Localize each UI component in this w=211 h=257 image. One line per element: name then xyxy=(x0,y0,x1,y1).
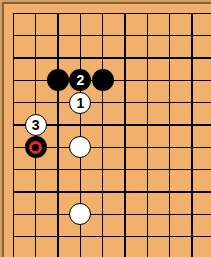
stone-white-d15: 1 xyxy=(69,92,91,114)
grid-line-horizontal xyxy=(13,169,211,171)
board-frame-top-dark xyxy=(0,2,211,4)
grid-line-vertical xyxy=(191,13,193,257)
grid-line-vertical xyxy=(124,13,126,257)
stone-white-d13 xyxy=(69,136,91,158)
grid-line-horizontal xyxy=(13,236,211,238)
grid-line-horizontal xyxy=(13,191,211,193)
circle-marker-icon xyxy=(29,141,42,154)
move-number-label: 2 xyxy=(76,73,84,87)
grid-line-horizontal xyxy=(13,35,211,37)
board-frame-left-light xyxy=(0,0,2,257)
stone-white-d10 xyxy=(69,203,91,225)
grid-line-vertical xyxy=(13,13,15,257)
grid-line-horizontal xyxy=(13,102,211,104)
grid-line-horizontal xyxy=(13,57,211,59)
stone-white-b14: 3 xyxy=(25,114,47,136)
stone-black-d16: 2 xyxy=(69,69,91,91)
grid-line-vertical xyxy=(169,13,171,257)
grid-line-vertical xyxy=(57,13,59,257)
grid-line-vertical xyxy=(147,13,149,257)
grid-line-horizontal xyxy=(13,214,211,216)
grid-line-horizontal xyxy=(13,13,211,15)
grid-line-vertical xyxy=(102,13,104,257)
go-board-diagram: 213 xyxy=(0,0,211,257)
move-number-label: 3 xyxy=(32,118,40,132)
stone-black-c16 xyxy=(47,69,69,91)
board-frame-left-dark xyxy=(2,0,4,257)
board-frame-top-light xyxy=(0,0,211,2)
stone-black-e16 xyxy=(92,69,114,91)
move-number-label: 1 xyxy=(76,96,84,110)
stone-black-b13 xyxy=(25,136,47,158)
